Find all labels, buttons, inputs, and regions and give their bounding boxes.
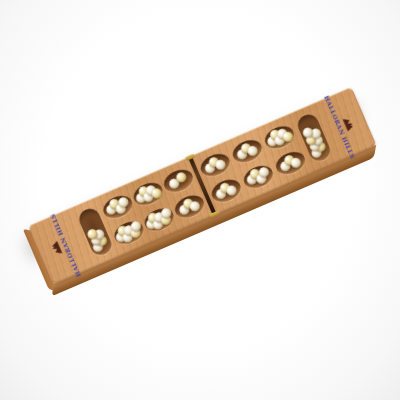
pit-top-2[interactable] xyxy=(130,179,165,209)
board-top-face: HALLORAN HILLS · · · · · · xyxy=(28,87,377,285)
pit-bottom-5[interactable] xyxy=(241,162,276,192)
pit-top-1[interactable] xyxy=(100,192,135,222)
left-branding: HALLORAN HILLS · · · · · · xyxy=(40,215,83,278)
glass-bead-stone xyxy=(189,200,202,213)
pit-bottom-3[interactable] xyxy=(172,192,207,222)
glass-bead-stone xyxy=(289,157,302,170)
pit-top-4[interactable] xyxy=(198,150,233,180)
pit-bottom-6[interactable] xyxy=(273,148,308,178)
glass-bead-stone xyxy=(225,184,238,197)
mancala-board: HALLORAN HILLS · · · · · · xyxy=(28,87,377,285)
pit-bottom-1[interactable] xyxy=(111,218,146,248)
pit-top-3[interactable] xyxy=(161,165,196,195)
pit-bottom-4[interactable] xyxy=(209,176,244,206)
pit-top-6[interactable] xyxy=(261,122,296,152)
product-photo-stage: HALLORAN HILLS · · · · · · xyxy=(0,0,400,400)
pit-top-5[interactable] xyxy=(229,136,264,166)
right-branding: HALLORAN HILLS xyxy=(325,94,364,156)
pit-bottom-2[interactable] xyxy=(142,205,177,235)
brass-hinge-icon xyxy=(185,153,196,161)
